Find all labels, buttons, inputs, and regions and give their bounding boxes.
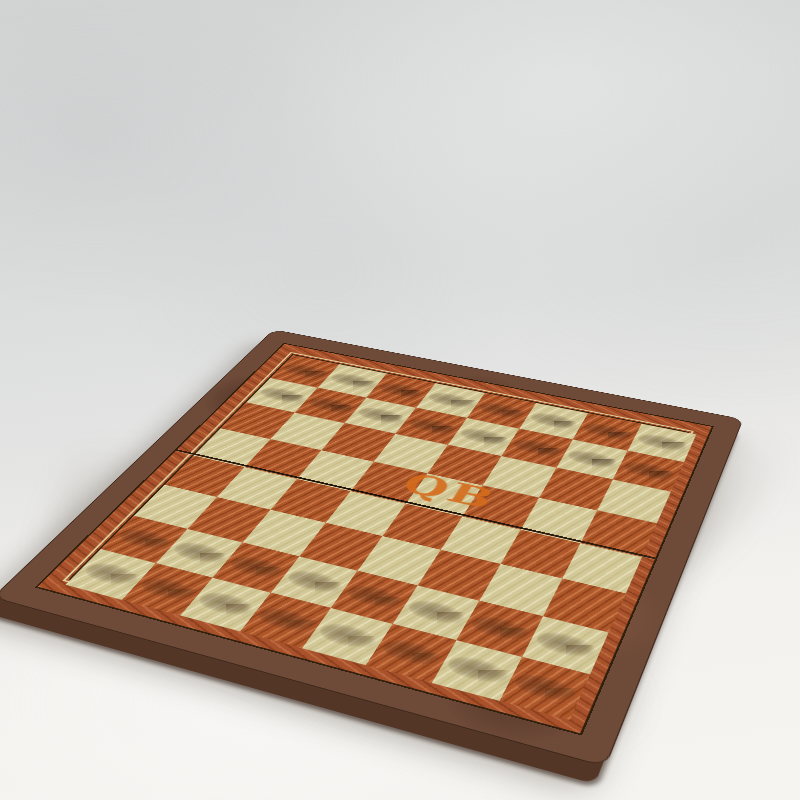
photo-scene: ♜♞♝♚♛♝♞♜♟♟♟♟♟♟♟♟♟♟♟♟♟♟♟♟♜♞♝♚♛♝♞♜QB <box>0 0 800 800</box>
square-a7: ♟ <box>613 451 684 492</box>
square-a1: ♜ <box>500 657 590 720</box>
